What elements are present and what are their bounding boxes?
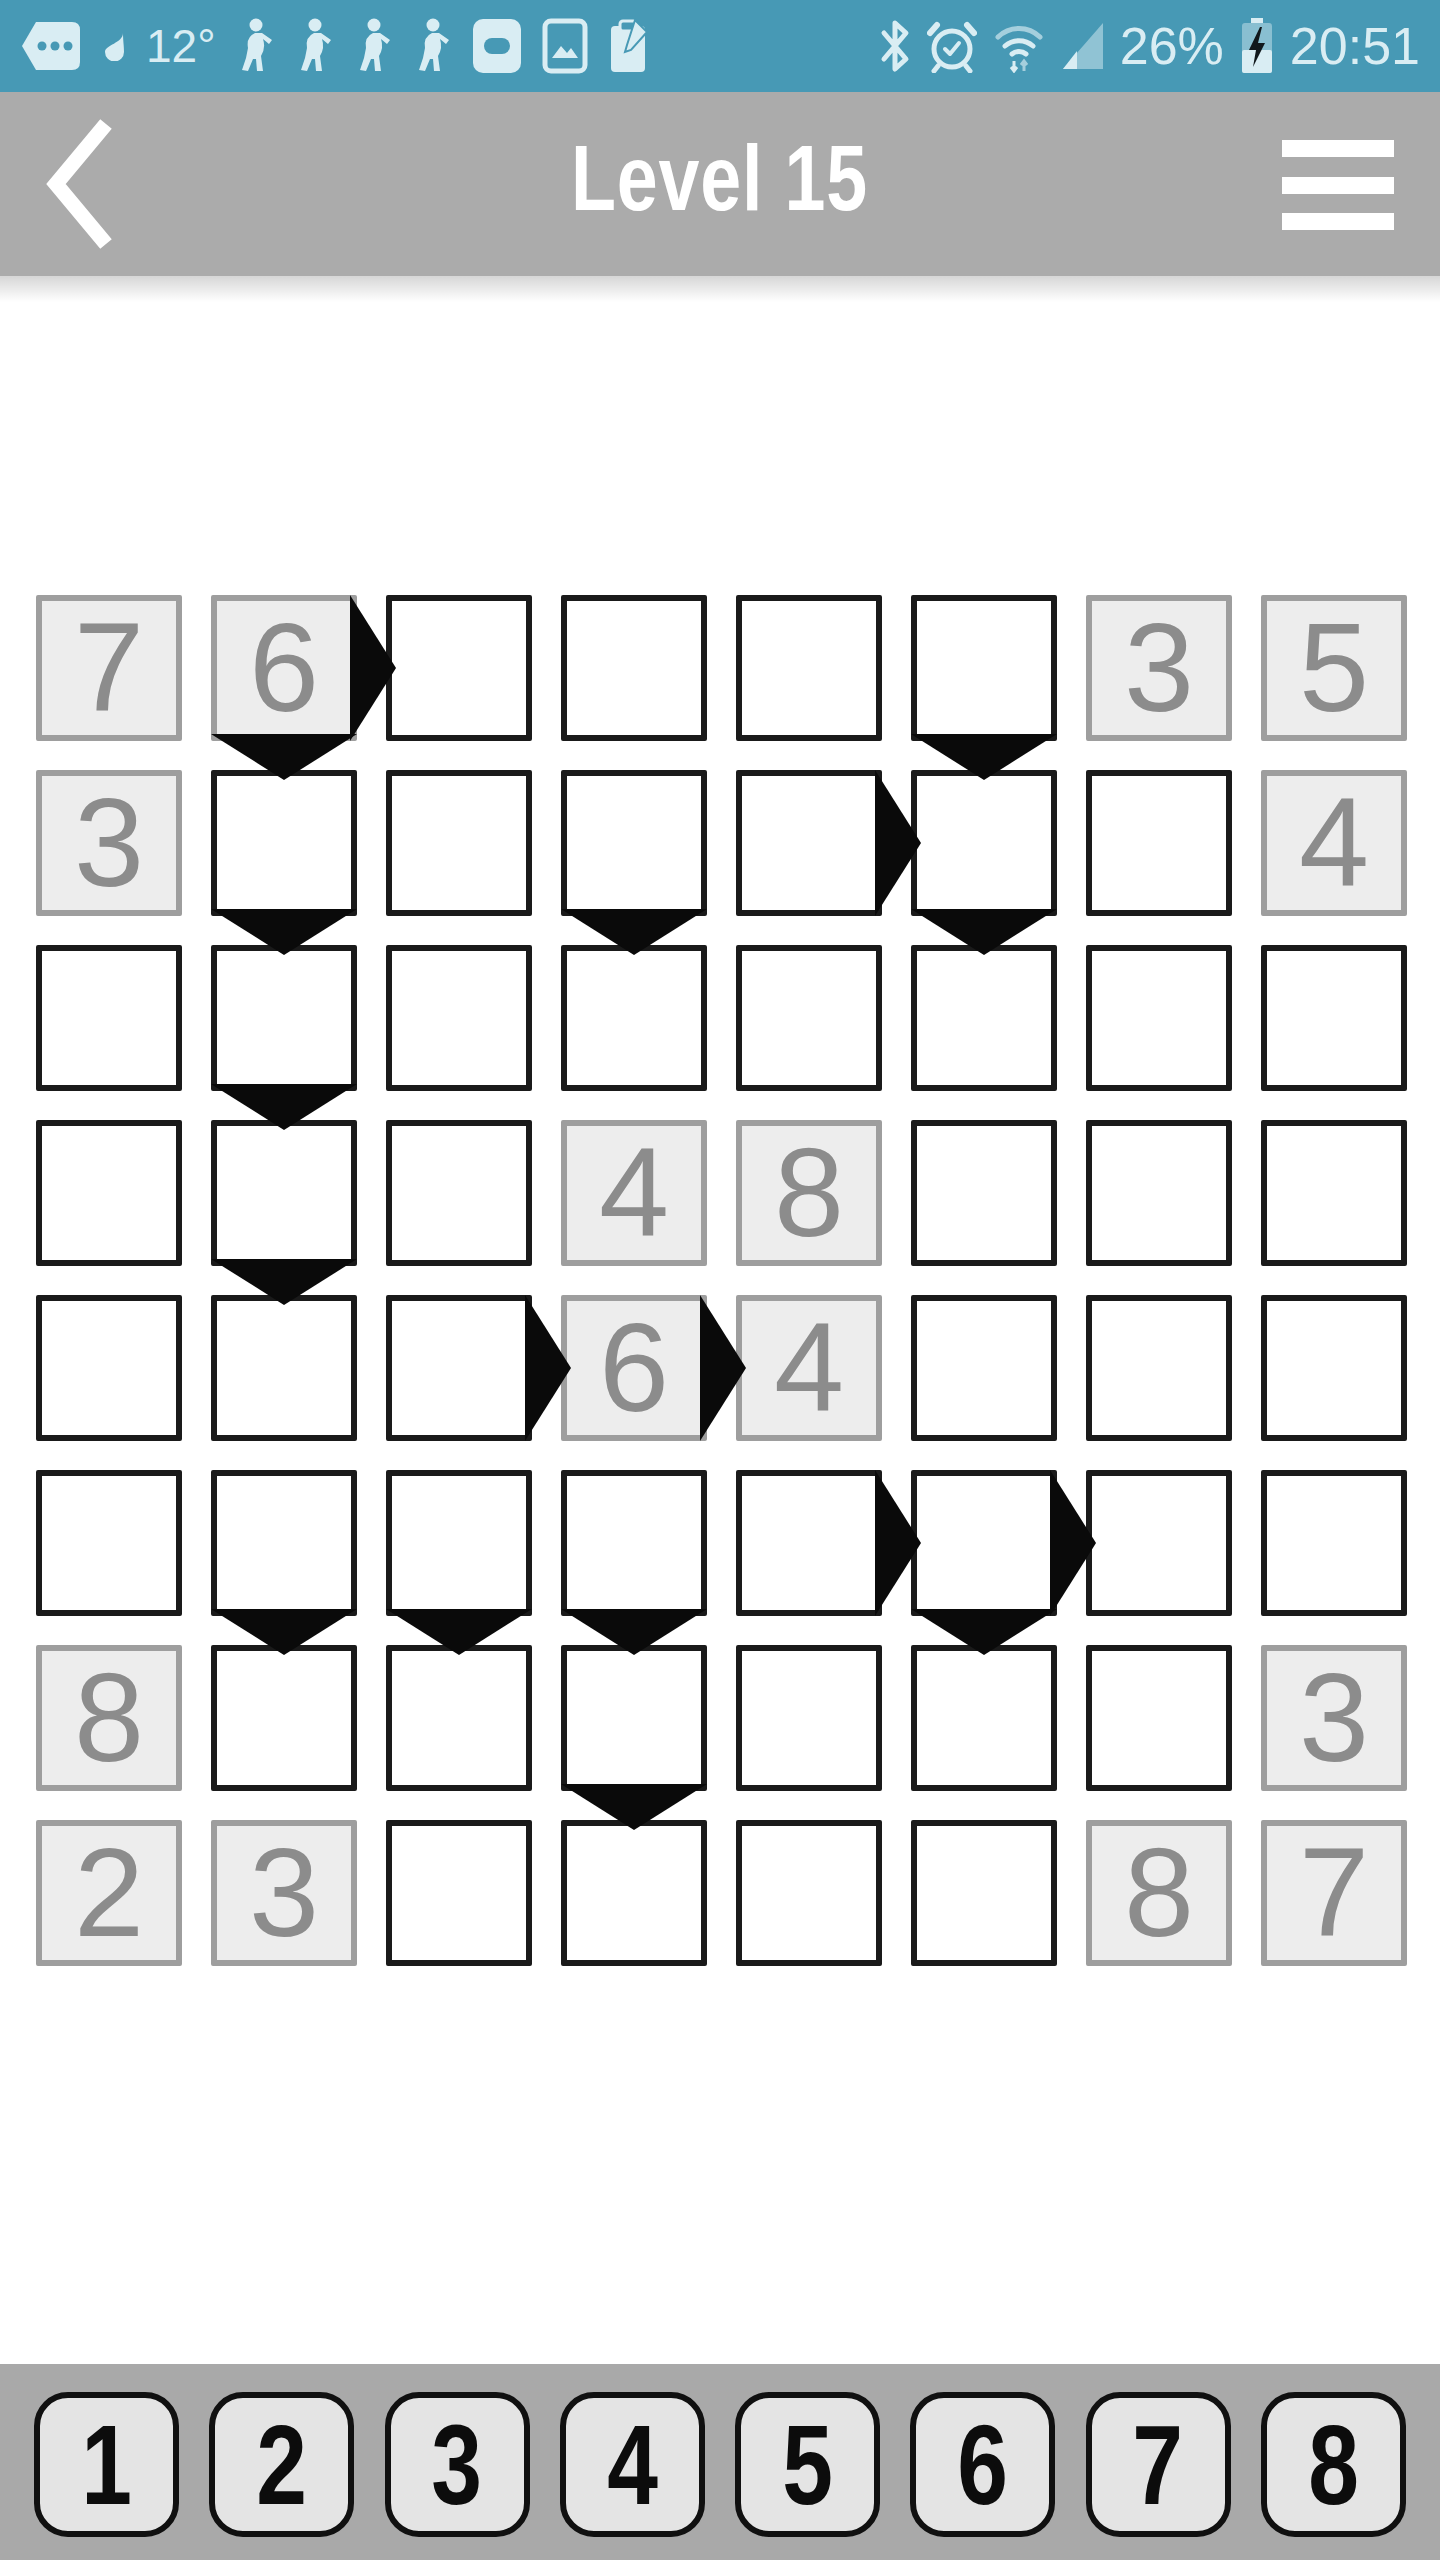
cell-r6c7[interactable] xyxy=(1086,1470,1232,1616)
cell-r5c6[interactable] xyxy=(911,1295,1057,1441)
cell-r1c5[interactable] xyxy=(736,595,882,741)
battery-icon xyxy=(1239,17,1275,75)
cell-r1c4[interactable] xyxy=(561,595,707,741)
cell-r5c2[interactable] xyxy=(211,1295,357,1441)
clipboard-icon xyxy=(607,18,651,74)
numpad-button-7[interactable]: 7 xyxy=(1086,2392,1231,2537)
cell-r5c4: 6 xyxy=(561,1295,707,1441)
cell-r2c2[interactable] xyxy=(211,770,357,916)
cell-r5c3[interactable] xyxy=(386,1295,532,1441)
cell-r7c7[interactable] xyxy=(1086,1645,1232,1791)
cell-r7c8: 3 xyxy=(1261,1645,1407,1791)
cell-r4c4: 4 xyxy=(561,1120,707,1266)
droplet-icon xyxy=(101,31,127,61)
person-icon xyxy=(353,18,393,74)
clock-text: 20:51 xyxy=(1290,20,1420,72)
menu-button[interactable] xyxy=(1282,140,1394,230)
cell-r2c5[interactable] xyxy=(736,770,882,916)
page-title: Level 15 xyxy=(0,126,1440,231)
cell-r8c1: 2 xyxy=(36,1820,182,1966)
cell-r7c2[interactable] xyxy=(211,1645,357,1791)
cell-r6c5[interactable] xyxy=(736,1470,882,1616)
cell-r1c8: 5 xyxy=(1261,595,1407,741)
cell-r8c6[interactable] xyxy=(911,1820,1057,1966)
cell-r1c1: 7 xyxy=(36,595,182,741)
cell-r6c3[interactable] xyxy=(386,1470,532,1616)
cell-r8c7: 8 xyxy=(1086,1820,1232,1966)
cell-r2c8: 4 xyxy=(1261,770,1407,916)
cell-r8c4[interactable] xyxy=(561,1820,707,1966)
cell-r4c3[interactable] xyxy=(386,1120,532,1266)
cell-r5c1[interactable] xyxy=(36,1295,182,1441)
cell-r3c2[interactable] xyxy=(211,945,357,1091)
cell-r6c2[interactable] xyxy=(211,1470,357,1616)
person-icon xyxy=(235,18,275,74)
numpad-button-1[interactable]: 1 xyxy=(34,2392,179,2537)
cell-r5c8[interactable] xyxy=(1261,1295,1407,1441)
numpad-button-8[interactable]: 8 xyxy=(1261,2392,1406,2537)
cell-r1c6[interactable] xyxy=(911,595,1057,741)
cell-r1c2: 6 xyxy=(211,595,357,741)
cell-r3c6[interactable] xyxy=(911,945,1057,1091)
signal-icon xyxy=(1061,21,1105,71)
cell-r1c3[interactable] xyxy=(386,595,532,741)
numpad-button-4[interactable]: 4 xyxy=(560,2392,705,2537)
cell-r3c7[interactable] xyxy=(1086,945,1232,1091)
vr-headset-icon xyxy=(471,17,523,75)
wifi-icon xyxy=(992,19,1046,73)
cell-r2c3[interactable] xyxy=(386,770,532,916)
cell-r6c4[interactable] xyxy=(561,1470,707,1616)
cell-r4c2[interactable] xyxy=(211,1120,357,1266)
cell-r1c7: 3 xyxy=(1086,595,1232,741)
cell-r5c7[interactable] xyxy=(1086,1295,1232,1441)
cell-r7c4[interactable] xyxy=(561,1645,707,1791)
numpad-button-5[interactable]: 5 xyxy=(735,2392,880,2537)
alarm-icon xyxy=(927,19,977,73)
cell-r4c8[interactable] xyxy=(1261,1120,1407,1266)
cell-r6c1[interactable] xyxy=(36,1470,182,1616)
app-screen: 12° xyxy=(0,0,1440,2560)
cell-r7c1: 8 xyxy=(36,1645,182,1791)
cell-r7c5[interactable] xyxy=(736,1645,882,1791)
cell-r2c7[interactable] xyxy=(1086,770,1232,916)
cell-r7c3[interactable] xyxy=(386,1645,532,1791)
cell-r8c2: 3 xyxy=(211,1820,357,1966)
cell-r4c7[interactable] xyxy=(1086,1120,1232,1266)
hamburger-icon xyxy=(1282,140,1394,157)
status-bar-left: 12° xyxy=(20,17,651,75)
cell-r3c4[interactable] xyxy=(561,945,707,1091)
cell-r7c6[interactable] xyxy=(911,1645,1057,1791)
cell-r6c6[interactable] xyxy=(911,1470,1057,1616)
puzzle-grid: 7635344864832387 xyxy=(36,595,1407,1966)
numpad-button-3[interactable]: 3 xyxy=(385,2392,530,2537)
cell-r8c8: 7 xyxy=(1261,1820,1407,1966)
status-bar-right: 26% 20:51 xyxy=(878,17,1420,75)
cell-r4c5: 8 xyxy=(736,1120,882,1266)
chat-bubble-icon xyxy=(20,20,82,72)
cell-r4c1[interactable] xyxy=(36,1120,182,1266)
person-icon xyxy=(294,18,334,74)
bluetooth-icon xyxy=(878,19,912,73)
status-bar: 12° xyxy=(0,0,1440,92)
gallery-icon xyxy=(542,18,588,74)
numpad-button-2[interactable]: 2 xyxy=(209,2392,354,2537)
cell-r3c8[interactable] xyxy=(1261,945,1407,1091)
cell-r4c6[interactable] xyxy=(911,1120,1057,1266)
battery-percent-text: 26% xyxy=(1120,20,1224,72)
cell-r8c5[interactable] xyxy=(736,1820,882,1966)
number-pad: 12345678 xyxy=(0,2364,1440,2560)
header-bar: Level 15 xyxy=(0,92,1440,276)
numpad-button-6[interactable]: 6 xyxy=(910,2392,1055,2537)
cell-r8c3[interactable] xyxy=(386,1820,532,1966)
cell-r2c6[interactable] xyxy=(911,770,1057,916)
cell-r3c5[interactable] xyxy=(736,945,882,1091)
cell-r2c4[interactable] xyxy=(561,770,707,916)
cell-r6c8[interactable] xyxy=(1261,1470,1407,1616)
cell-r5c5: 4 xyxy=(736,1295,882,1441)
cell-r3c1[interactable] xyxy=(36,945,182,1091)
cell-r2c1: 3 xyxy=(36,770,182,916)
person-icon xyxy=(412,18,452,74)
cell-r3c3[interactable] xyxy=(386,945,532,1091)
temperature-text: 12° xyxy=(146,23,216,69)
